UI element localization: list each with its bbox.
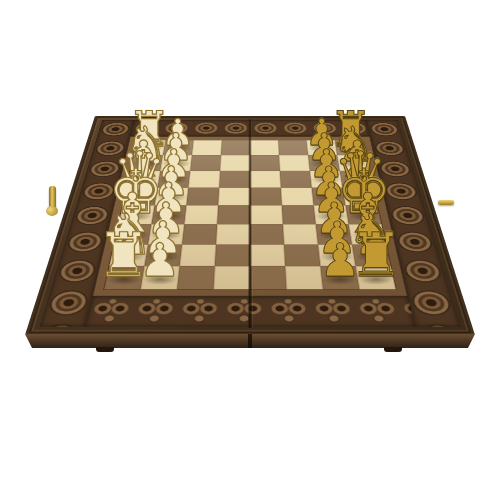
square-g5[interactable]	[250, 245, 285, 267]
case-foot-right	[384, 347, 402, 352]
brass-hinge-pin	[438, 200, 454, 205]
square-d5[interactable]	[250, 188, 282, 206]
square-c6[interactable]	[280, 171, 312, 188]
square-f4[interactable]	[216, 224, 250, 244]
case-front-edge	[25, 334, 475, 348]
square-e3[interactable]	[184, 205, 218, 224]
square-d6[interactable]	[281, 188, 314, 206]
square-h5[interactable]	[250, 266, 286, 289]
gold-rook-h8[interactable]: ♜	[349, 225, 403, 286]
square-g6[interactable]	[284, 245, 320, 267]
square-b3[interactable]	[190, 155, 221, 171]
square-h3[interactable]	[177, 266, 215, 289]
square-b6[interactable]	[279, 155, 310, 171]
square-h4[interactable]	[214, 266, 250, 289]
case-foot-left	[96, 347, 114, 352]
square-f6[interactable]	[283, 224, 318, 244]
square-h6[interactable]	[285, 266, 323, 289]
brass-clasp[interactable]	[49, 186, 56, 212]
chess-scene	[0, 0, 500, 500]
square-f5[interactable]	[250, 224, 284, 244]
square-b4[interactable]	[220, 155, 250, 171]
square-e6[interactable]	[282, 205, 316, 224]
square-g3[interactable]	[180, 245, 216, 267]
fold-seam-front	[248, 334, 252, 348]
square-d3[interactable]	[186, 188, 219, 206]
square-f3[interactable]	[182, 224, 217, 244]
square-d4[interactable]	[218, 188, 250, 206]
square-c4[interactable]	[219, 171, 250, 188]
square-c5[interactable]	[250, 171, 281, 188]
square-b5[interactable]	[250, 155, 280, 171]
chess-board	[25, 116, 475, 335]
square-a4[interactable]	[221, 140, 250, 155]
square-a5[interactable]	[250, 140, 279, 155]
square-a6[interactable]	[278, 140, 308, 155]
fold-seam	[249, 119, 252, 328]
square-e5[interactable]	[250, 205, 283, 224]
square-c3[interactable]	[188, 171, 220, 188]
square-g4[interactable]	[215, 245, 250, 267]
square-e4[interactable]	[217, 205, 250, 224]
square-a3[interactable]	[192, 140, 222, 155]
white-pawn-h2[interactable]: ♟	[139, 238, 180, 284]
